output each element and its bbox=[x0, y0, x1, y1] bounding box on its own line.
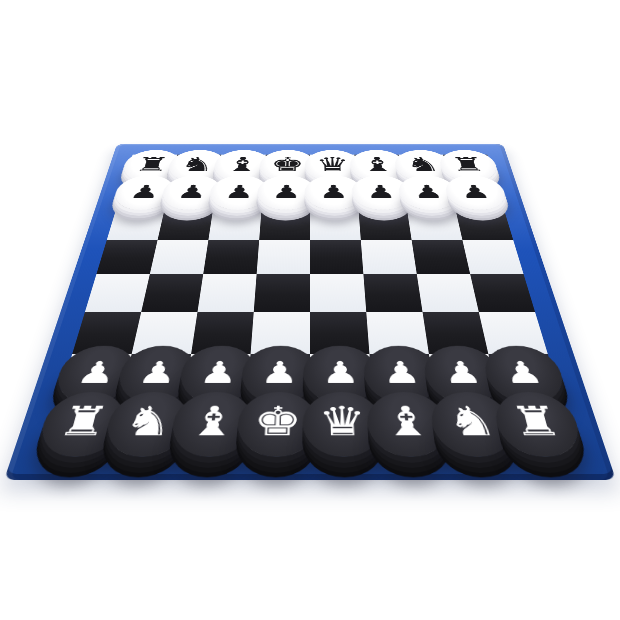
white-knight-icon: ♞ bbox=[178, 155, 216, 175]
square-d3[interactable] bbox=[310, 209, 361, 240]
square-f5[interactable] bbox=[197, 274, 256, 312]
black-pawn-icon: ♟ bbox=[381, 357, 422, 387]
black-knight-icon: ♞ bbox=[120, 402, 176, 443]
square-f8[interactable]: ♝ bbox=[176, 401, 247, 454]
square-e3[interactable] bbox=[259, 209, 310, 240]
black-pawn-icon: ♟ bbox=[500, 357, 546, 387]
square-a8[interactable]: ♜ bbox=[499, 401, 578, 454]
square-d5[interactable] bbox=[310, 274, 366, 312]
square-c5[interactable] bbox=[363, 274, 422, 312]
black-rook-icon: ♜ bbox=[54, 402, 113, 443]
square-e5[interactable] bbox=[254, 274, 310, 312]
square-a5[interactable] bbox=[470, 274, 535, 312]
square-b3[interactable] bbox=[407, 209, 462, 240]
black-knight-icon: ♞ bbox=[444, 402, 500, 443]
square-g4[interactable] bbox=[150, 240, 209, 274]
square-f3[interactable] bbox=[208, 209, 261, 240]
black-pawn-icon: ♟ bbox=[321, 357, 360, 387]
white-pawn-icon: ♟ bbox=[365, 183, 396, 201]
white-knight-icon: ♞ bbox=[404, 155, 442, 175]
square-h4[interactable] bbox=[96, 240, 157, 274]
black-pawn-icon: ♟ bbox=[74, 357, 120, 387]
square-f4[interactable] bbox=[203, 240, 259, 274]
black-bishop-icon: ♝ bbox=[186, 402, 239, 443]
white-king-icon: ♚ bbox=[270, 155, 305, 175]
white-pawn-icon: ♟ bbox=[223, 183, 254, 201]
black-king-icon: ♚ bbox=[252, 402, 302, 443]
white-pawn-icon: ♟ bbox=[176, 183, 209, 201]
white-rook-icon: ♜ bbox=[448, 155, 487, 175]
square-e8[interactable]: ♚ bbox=[243, 401, 310, 454]
square-g5[interactable] bbox=[141, 274, 203, 312]
white-bishop-icon: ♝ bbox=[360, 155, 396, 175]
black-queen-icon: ♛ bbox=[318, 402, 368, 443]
square-a2[interactable]: ♟ bbox=[449, 180, 504, 208]
white-pawn-icon: ♟ bbox=[458, 183, 492, 201]
chess-mat: ♜♞♝♚♛♝♞♜♟♟♟♟♟♟♟♟♟♟♟♟♟♟♟♟♜♞♝♚♛♝♞♜ bbox=[4, 144, 616, 480]
square-h5[interactable] bbox=[85, 274, 150, 312]
black-pawn-icon: ♟ bbox=[136, 357, 180, 387]
square-a3[interactable] bbox=[455, 209, 513, 240]
white-rook-icon: ♜ bbox=[132, 155, 171, 175]
product-photo: ♜♞♝♚♛♝♞♜♟♟♟♟♟♟♟♟♟♟♟♟♟♟♟♟♜♞♝♚♛♝♞♜ bbox=[0, 0, 620, 620]
white-pawn-icon: ♟ bbox=[271, 183, 301, 201]
black-pawn-icon: ♟ bbox=[260, 357, 299, 387]
square-g3[interactable] bbox=[158, 209, 213, 240]
black-rook-icon: ♜ bbox=[507, 402, 566, 443]
square-c3[interactable] bbox=[358, 209, 411, 240]
square-a4[interactable] bbox=[462, 240, 523, 274]
white-pawn-icon: ♟ bbox=[412, 183, 445, 201]
square-d4[interactable] bbox=[310, 240, 363, 274]
square-h3[interactable] bbox=[107, 209, 165, 240]
white-bishop-icon: ♝ bbox=[224, 155, 260, 175]
square-b4[interactable] bbox=[412, 240, 471, 274]
square-e2[interactable]: ♟ bbox=[262, 180, 310, 208]
white-pawn-icon: ♟ bbox=[128, 183, 162, 201]
white-pawn-icon: ♟ bbox=[319, 183, 349, 201]
square-b5[interactable] bbox=[417, 274, 479, 312]
square-e4[interactable] bbox=[257, 240, 310, 274]
black-pawn-icon: ♟ bbox=[441, 357, 485, 387]
chessboard: ♜♞♝♚♛♝♞♜♟♟♟♟♟♟♟♟♟♟♟♟♟♟♟♟♜♞♝♚♛♝♞♜ bbox=[42, 155, 579, 455]
square-c4[interactable] bbox=[361, 240, 417, 274]
black-bishop-icon: ♝ bbox=[381, 402, 434, 443]
black-pawn-icon: ♟ bbox=[198, 357, 239, 387]
white-queen-icon: ♛ bbox=[315, 155, 350, 175]
